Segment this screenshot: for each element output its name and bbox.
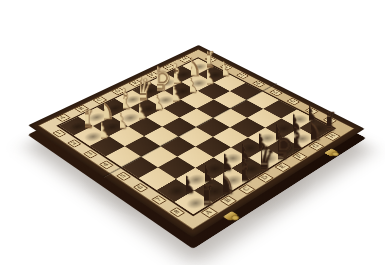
rank-label: 3 — [83, 150, 97, 158]
rank-label: 6 — [133, 183, 148, 192]
rank-label: 3 — [236, 72, 249, 79]
file-label: A — [55, 114, 70, 122]
rank-label: 4 — [99, 161, 113, 170]
rank-label: 6 — [287, 98, 300, 105]
file-label: B — [220, 195, 237, 206]
rank-label: 2 — [68, 139, 82, 147]
file-label: C — [238, 184, 255, 195]
product-photo-scene: ABCDEFGH ABCDEFGH 12345678 12345678 ♜♞♝♛… — [0, 0, 385, 265]
rank-label: 4 — [252, 81, 265, 88]
rank-label: 1 — [52, 129, 66, 137]
rank-label: 8 — [170, 207, 186, 217]
file-label: A — [200, 207, 218, 218]
rank-label: 5 — [269, 89, 282, 96]
file-label: G — [308, 142, 324, 151]
rank-label: 5 — [116, 172, 131, 181]
rank-label: 7 — [151, 195, 166, 205]
